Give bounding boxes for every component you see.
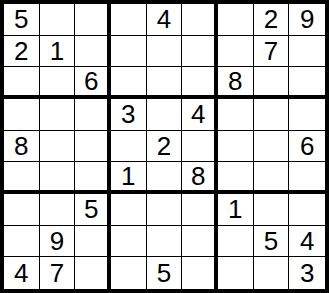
cell-r2c9-empty[interactable]	[289, 36, 325, 68]
cell-r1c5-given-4[interactable]: 4	[147, 4, 183, 36]
cell-r9c3-empty[interactable]	[75, 257, 111, 289]
cell-r4c9-empty[interactable]	[289, 99, 325, 131]
cell-r2c3-empty[interactable]	[75, 36, 111, 68]
cell-r4c4-given-3[interactable]: 3	[111, 99, 147, 131]
cell-r7c1-empty[interactable]	[4, 194, 40, 226]
cell-r1c2-empty[interactable]	[40, 4, 76, 36]
cell-r3c7-given-8[interactable]: 8	[218, 67, 254, 99]
cell-r5c7-empty[interactable]	[218, 131, 254, 163]
cell-r6c8-empty[interactable]	[254, 162, 290, 194]
cell-r6c1-empty[interactable]	[4, 162, 40, 194]
cell-r3c4-empty[interactable]	[111, 67, 147, 99]
cell-r8c9-given-4[interactable]: 4	[289, 226, 325, 258]
cell-r6c9-empty[interactable]	[289, 162, 325, 194]
cell-r4c2-empty[interactable]	[40, 99, 76, 131]
cell-r3c5-empty[interactable]	[147, 67, 183, 99]
cell-r3c8-empty[interactable]	[254, 67, 290, 99]
cell-r1c3-empty[interactable]	[75, 4, 111, 36]
cell-r5c1-given-8[interactable]: 8	[4, 131, 40, 163]
cell-r9c2-given-7[interactable]: 7	[40, 257, 76, 289]
cell-r2c4-empty[interactable]	[111, 36, 147, 68]
cell-r2c2-given-1[interactable]: 1	[40, 36, 76, 68]
cell-r6c3-empty[interactable]	[75, 162, 111, 194]
cell-r7c3-given-5[interactable]: 5	[75, 194, 111, 226]
cell-r8c8-given-5[interactable]: 5	[254, 226, 290, 258]
cell-r2c6-empty[interactable]	[182, 36, 218, 68]
cell-r9c7-empty[interactable]	[218, 257, 254, 289]
cell-r1c9-given-9[interactable]: 9	[289, 4, 325, 36]
cell-r4c3-empty[interactable]	[75, 99, 111, 131]
cell-r9c1-given-4[interactable]: 4	[4, 257, 40, 289]
cell-r5c2-empty[interactable]	[40, 131, 76, 163]
cell-r3c6-empty[interactable]	[182, 67, 218, 99]
cell-r9c9-given-3[interactable]: 3	[289, 257, 325, 289]
cell-r9c6-empty[interactable]	[182, 257, 218, 289]
cell-r8c6-empty[interactable]	[182, 226, 218, 258]
cell-r5c9-given-6[interactable]: 6	[289, 131, 325, 163]
sudoku-board: 5429217683482618519544753	[0, 0, 329, 293]
cell-r4c7-empty[interactable]	[218, 99, 254, 131]
cell-r6c4-given-1[interactable]: 1	[111, 162, 147, 194]
cell-r7c7-given-1[interactable]: 1	[218, 194, 254, 226]
cell-r5c5-given-2[interactable]: 2	[147, 131, 183, 163]
cell-r6c5-empty[interactable]	[147, 162, 183, 194]
cell-r7c9-empty[interactable]	[289, 194, 325, 226]
cell-r5c6-empty[interactable]	[182, 131, 218, 163]
cell-r8c4-empty[interactable]	[111, 226, 147, 258]
cell-r8c5-empty[interactable]	[147, 226, 183, 258]
cell-r3c3-given-6[interactable]: 6	[75, 67, 111, 99]
cell-r4c6-given-4[interactable]: 4	[182, 99, 218, 131]
cell-r7c6-empty[interactable]	[182, 194, 218, 226]
cell-r2c1-given-2[interactable]: 2	[4, 36, 40, 68]
cell-r8c1-empty[interactable]	[4, 226, 40, 258]
cell-r2c5-empty[interactable]	[147, 36, 183, 68]
cell-r1c8-given-2[interactable]: 2	[254, 4, 290, 36]
cell-r4c5-empty[interactable]	[147, 99, 183, 131]
cell-r3c1-empty[interactable]	[4, 67, 40, 99]
cell-r7c5-empty[interactable]	[147, 194, 183, 226]
cell-r5c3-empty[interactable]	[75, 131, 111, 163]
cell-r2c7-empty[interactable]	[218, 36, 254, 68]
cell-r3c9-empty[interactable]	[289, 67, 325, 99]
cell-r7c4-empty[interactable]	[111, 194, 147, 226]
cell-r7c2-empty[interactable]	[40, 194, 76, 226]
cell-r9c5-given-5[interactable]: 5	[147, 257, 183, 289]
cell-r1c4-empty[interactable]	[111, 4, 147, 36]
cell-r6c7-empty[interactable]	[218, 162, 254, 194]
cell-r8c7-empty[interactable]	[218, 226, 254, 258]
cell-r9c8-empty[interactable]	[254, 257, 290, 289]
cell-r5c4-empty[interactable]	[111, 131, 147, 163]
cell-r5c8-empty[interactable]	[254, 131, 290, 163]
cell-r6c2-empty[interactable]	[40, 162, 76, 194]
cell-r8c2-given-9[interactable]: 9	[40, 226, 76, 258]
cell-r3c2-empty[interactable]	[40, 67, 76, 99]
cell-r1c1-given-5[interactable]: 5	[4, 4, 40, 36]
cell-r4c8-empty[interactable]	[254, 99, 290, 131]
cell-r9c4-empty[interactable]	[111, 257, 147, 289]
cell-r4c1-empty[interactable]	[4, 99, 40, 131]
cell-r2c8-given-7[interactable]: 7	[254, 36, 290, 68]
cell-r7c8-empty[interactable]	[254, 194, 290, 226]
cell-r8c3-empty[interactable]	[75, 226, 111, 258]
cell-r6c6-given-8[interactable]: 8	[182, 162, 218, 194]
cell-r1c7-empty[interactable]	[218, 4, 254, 36]
cell-r1c6-empty[interactable]	[182, 4, 218, 36]
